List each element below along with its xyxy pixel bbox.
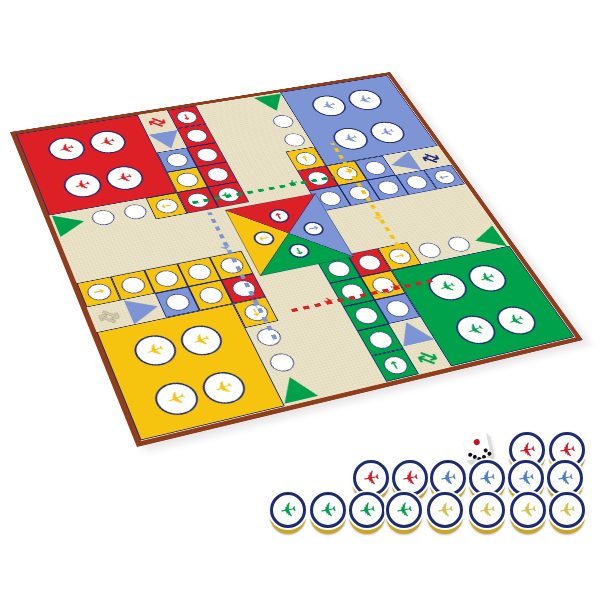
track-slot: [402, 174, 430, 191]
token-blue-6[interactable]: ✈: [469, 460, 505, 496]
hub-arrow-icon: →: [257, 233, 272, 243]
track-slot: →: [84, 282, 114, 303]
blue-hangar-slot: ✈: [307, 93, 351, 118]
track-slot: [196, 285, 226, 305]
track-slot: [281, 132, 308, 148]
track-slot: [162, 292, 192, 313]
token-yellow-15[interactable]: ✈: [510, 492, 546, 528]
red-hangar-slot: ✈: [60, 170, 106, 199]
track-slot: →: [430, 169, 458, 185]
token-green-12[interactable]: ✈: [386, 492, 422, 528]
track-slot: [444, 235, 473, 253]
hub-arrow-icon: →: [291, 246, 307, 256]
direction-arrow-icon: →: [159, 201, 173, 211]
track-slot: [361, 160, 388, 176]
token-plane-icon: ✈: [517, 439, 537, 462]
crossed-arrows-glyph: ⇄: [414, 346, 441, 368]
die-top-pip: [473, 439, 480, 446]
blue-plane-icon: ✈: [339, 131, 362, 146]
token-green-10[interactable]: ✈: [310, 492, 346, 528]
blue-plane-icon: ✈: [354, 93, 377, 107]
track-slot: →: [153, 197, 181, 215]
red-hangar-slot: ✈: [44, 135, 89, 163]
token-blue-7[interactable]: ✈: [508, 460, 544, 496]
blue-plane-icon: ✈: [318, 98, 341, 112]
track-slot: [184, 262, 213, 282]
yellow-hangar-slot: ✈: [197, 368, 251, 407]
track-slot: [415, 241, 444, 260]
yellow-plane-icon: ✈: [142, 340, 169, 361]
direction-arrow-icon: →: [179, 113, 193, 121]
track-slot: [204, 166, 231, 183]
token-plane-icon: ✈: [438, 467, 458, 490]
token-plane-icon: ✈: [518, 499, 538, 522]
token-plane-icon: ✈: [394, 499, 414, 522]
red-hangar-slot: ✈: [85, 128, 130, 155]
track-slot: [193, 147, 220, 163]
token-red-3[interactable]: ✈: [353, 460, 389, 496]
blue-hangar-slot: ✈: [365, 119, 410, 145]
token-blue-5[interactable]: ✈: [430, 460, 466, 496]
token-plane-icon: ✈: [278, 499, 298, 522]
red-plane-icon: ✈: [113, 170, 137, 186]
token-plane-icon: ✈: [555, 467, 575, 490]
die-side-pip: [487, 451, 492, 456]
track-slot: [266, 351, 297, 373]
token-green-11[interactable]: ✈: [349, 492, 385, 528]
token-plane-icon: ✈: [557, 499, 577, 522]
crossed-arrows-glyph: ⇄: [94, 305, 123, 327]
crossed-arrows-glyph: ⇄: [145, 114, 170, 130]
track-slot: [382, 298, 412, 318]
token-plane-icon: ✈: [477, 467, 497, 490]
token-plane-icon: ✈: [361, 467, 381, 490]
token-plane-icon: ✈: [516, 467, 536, 490]
flying-chess-mat: ✈✈✈✈✈✈✈✈✈✈✈✈✈✈✈✈→→→→→→→→⇄⇄⇄⇄ →→→→ ✈✈✈✈✈✈…: [10, 72, 583, 447]
token-blue-8[interactable]: ✈: [547, 460, 583, 496]
yellow-hangar-slot: ✈: [175, 322, 227, 359]
red-plane-icon: ✈: [96, 134, 119, 149]
track-slot: [89, 208, 117, 226]
track-slot: →: [385, 247, 414, 266]
token-plane-icon: ✈: [557, 439, 577, 462]
token-yellow-14[interactable]: ✈: [469, 492, 505, 528]
token-red-4[interactable]: ✈: [392, 460, 428, 496]
green-hangar-slot: ✈: [462, 262, 513, 295]
direction-arrow-icon: →: [298, 155, 313, 163]
token-green-9[interactable]: ✈: [270, 492, 306, 528]
green-plane-icon: ✈: [462, 320, 489, 340]
token-plane-icon: ✈: [400, 467, 420, 490]
yellow-hangar-slot: ✈: [150, 379, 204, 419]
green-hangar-slot: ✈: [490, 303, 542, 338]
red-hangar-slot: ✈: [102, 163, 148, 192]
yellow-hangar-slot: ✈: [129, 331, 181, 369]
track-slot: →: [379, 354, 411, 376]
token-yellow-13[interactable]: ✈: [427, 492, 463, 528]
direction-arrow-icon: →: [91, 286, 106, 297]
red-plane-icon: ✈: [70, 177, 94, 194]
yellow-plane-icon: ✈: [188, 330, 215, 351]
green-hangar-slot: ✈: [422, 270, 473, 303]
direction-arrow-icon: →: [392, 251, 407, 261]
blue-plane-icon: ✈: [376, 125, 399, 140]
green-hangar-slot: ✈: [449, 312, 502, 347]
track-slot: [374, 179, 402, 196]
hub-arrow-icon: →: [271, 211, 287, 220]
die[interactable]: [463, 433, 494, 464]
token-plane-icon: ✈: [477, 499, 497, 522]
track-slot: [270, 114, 296, 129]
token-plane-icon: ✈: [318, 499, 338, 522]
token-plane-icon: ✈: [357, 499, 377, 522]
track-slot: →: [292, 151, 319, 167]
track-slot: [351, 305, 382, 326]
token-plane-icon: ✈: [435, 499, 455, 522]
track-slot: [118, 275, 147, 295]
direction-arrow-icon: →: [386, 359, 403, 370]
yellow-plane-icon: ✈: [210, 377, 238, 399]
blue-hangar-slot: ✈: [343, 87, 387, 112]
yellow-plane-icon: ✈: [162, 387, 190, 409]
red-plane-icon: ✈: [55, 141, 79, 157]
track-slot: [173, 171, 200, 188]
direction-arrow-icon: →: [437, 172, 451, 181]
track-slot: [151, 268, 180, 288]
track-slot: →: [173, 109, 199, 124]
track-slot: [121, 203, 149, 221]
hub-arrow-icon: →: [306, 223, 321, 233]
crossed-arrows-glyph: ⇄: [419, 149, 442, 166]
green-plane-icon: ✈: [474, 269, 500, 287]
track-slot: [163, 152, 190, 169]
track-slot: [354, 253, 383, 272]
token-yellow-16[interactable]: ✈: [549, 492, 585, 528]
die-side-pip: [482, 455, 487, 460]
track-slot: [183, 128, 209, 144]
track-slot: [365, 329, 396, 350]
green-plane-icon: ✈: [503, 310, 530, 329]
product-photo-scene: ✈✈✈✈✈✈✈✈✈✈✈✈✈✈✈✈→→→→→→→→⇄⇄⇄⇄ →→→→ ✈✈✈✈✈✈…: [0, 0, 600, 600]
